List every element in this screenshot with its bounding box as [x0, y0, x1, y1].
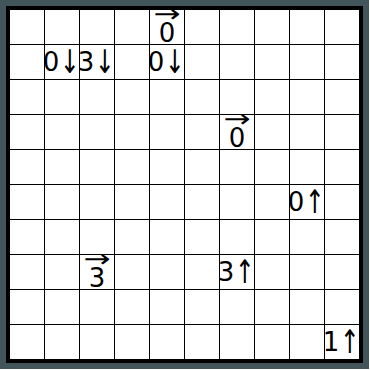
- cell-r8c3[interactable]: →3: [80, 255, 114, 289]
- cell-r1c8[interactable]: [255, 10, 289, 44]
- cell-r6c7[interactable]: [220, 185, 254, 219]
- cell-r9c8[interactable]: [255, 290, 289, 324]
- cell-r5c5[interactable]: [150, 150, 184, 184]
- cell-r9c1[interactable]: [10, 290, 44, 324]
- arrow-right-icon: →: [223, 115, 250, 126]
- cell-r7c4[interactable]: [115, 220, 149, 254]
- cell-r5c8[interactable]: [255, 150, 289, 184]
- cell-r6c2[interactable]: [45, 185, 79, 219]
- cell-r5c9[interactable]: [290, 150, 324, 184]
- cell-r5c3[interactable]: [80, 150, 114, 184]
- cell-r10c9[interactable]: [290, 325, 324, 359]
- cell-r1c6[interactable]: [185, 10, 219, 44]
- arrow-right-icon: →: [83, 255, 110, 266]
- arrow-up-icon: ↑: [235, 256, 255, 289]
- cell-r4c4[interactable]: [115, 115, 149, 149]
- cell-r6c3[interactable]: [80, 185, 114, 219]
- arrow-down-icon: ↓: [165, 46, 185, 79]
- cell-r6c1[interactable]: [10, 185, 44, 219]
- clue: 0↑: [288, 189, 326, 215]
- cell-r2c10[interactable]: [325, 45, 359, 79]
- cell-r2c9[interactable]: [290, 45, 324, 79]
- cell-r2c7[interactable]: [220, 45, 254, 79]
- cell-r3c6[interactable]: [185, 80, 219, 114]
- cell-r5c4[interactable]: [115, 150, 149, 184]
- cell-r10c4[interactable]: [115, 325, 149, 359]
- cell-r7c7[interactable]: [220, 220, 254, 254]
- cell-r7c5[interactable]: [150, 220, 184, 254]
- cell-r1c4[interactable]: [115, 10, 149, 44]
- cell-r4c2[interactable]: [45, 115, 79, 149]
- cell-r1c9[interactable]: [290, 10, 324, 44]
- cell-r3c2[interactable]: [45, 80, 79, 114]
- clue-number: 1: [323, 331, 340, 353]
- cell-r10c7[interactable]: [220, 325, 254, 359]
- clue: 1↑: [323, 329, 361, 355]
- cell-r4c9[interactable]: [290, 115, 324, 149]
- cell-r1c2[interactable]: [45, 10, 79, 44]
- cell-r1c7[interactable]: [220, 10, 254, 44]
- cell-r2c8[interactable]: [255, 45, 289, 79]
- cell-r10c2[interactable]: [45, 325, 79, 359]
- cell-r4c3[interactable]: [80, 115, 114, 149]
- cell-r2c6[interactable]: [185, 45, 219, 79]
- cell-r6c9[interactable]: 0↑: [290, 185, 324, 219]
- cell-r8c10[interactable]: [325, 255, 359, 289]
- arrow-up-icon: ↑: [340, 326, 360, 359]
- cell-r9c9[interactable]: [290, 290, 324, 324]
- cell-r3c1[interactable]: [10, 80, 44, 114]
- cell-r8c2[interactable]: [45, 255, 79, 289]
- cell-r3c9[interactable]: [290, 80, 324, 114]
- cell-r9c2[interactable]: [45, 290, 79, 324]
- clue: 0↓: [148, 49, 186, 75]
- cell-r3c5[interactable]: [150, 80, 184, 114]
- cell-r8c5[interactable]: [150, 255, 184, 289]
- cell-r10c6[interactable]: [185, 325, 219, 359]
- cell-r1c3[interactable]: [80, 10, 114, 44]
- cell-r9c3[interactable]: [80, 290, 114, 324]
- cell-r8c7[interactable]: 3↑: [220, 255, 254, 289]
- clue: 3↑: [218, 259, 256, 285]
- cell-r5c7[interactable]: [220, 150, 254, 184]
- clue-number: 3: [218, 261, 235, 283]
- cell-r3c3[interactable]: [80, 80, 114, 114]
- clue-number: 3: [78, 51, 95, 73]
- clue: 0↓: [43, 49, 81, 75]
- cell-r10c3[interactable]: [80, 325, 114, 359]
- cell-r6c8[interactable]: [255, 185, 289, 219]
- cell-r6c4[interactable]: [115, 185, 149, 219]
- cell-r3c10[interactable]: [325, 80, 359, 114]
- cell-r9c5[interactable]: [150, 290, 184, 324]
- clue: →3: [87, 255, 107, 289]
- cell-r1c5[interactable]: →0: [150, 10, 184, 44]
- cell-r6c10[interactable]: [325, 185, 359, 219]
- cell-r8c4[interactable]: [115, 255, 149, 289]
- cell-r10c10[interactable]: 1↑: [325, 325, 359, 359]
- cell-r1c10[interactable]: [325, 10, 359, 44]
- cell-r7c2[interactable]: [45, 220, 79, 254]
- cell-r9c7[interactable]: [220, 290, 254, 324]
- cell-r7c8[interactable]: [255, 220, 289, 254]
- clue: 3↓: [78, 49, 116, 75]
- arrow-up-icon: ↑: [305, 186, 325, 219]
- cell-r9c4[interactable]: [115, 290, 149, 324]
- clue-number: 0: [288, 191, 305, 213]
- cell-r4c7[interactable]: →0: [220, 115, 254, 149]
- cell-r7c6[interactable]: [185, 220, 219, 254]
- cell-r9c10[interactable]: [325, 290, 359, 324]
- cell-r8c9[interactable]: [290, 255, 324, 289]
- cell-r4c6[interactable]: [185, 115, 219, 149]
- puzzle-board: →00↓3↓0↓→00↑→33↑1↑: [6, 6, 363, 363]
- cell-r10c8[interactable]: [255, 325, 289, 359]
- cell-r2c5[interactable]: 0↓: [150, 45, 184, 79]
- cell-r3c4[interactable]: [115, 80, 149, 114]
- cell-r10c5[interactable]: [150, 325, 184, 359]
- cell-r2c3[interactable]: 3↓: [80, 45, 114, 79]
- cell-r4c5[interactable]: [150, 115, 184, 149]
- arrow-right-icon: →: [153, 10, 180, 21]
- cell-r2c2[interactable]: 0↓: [45, 45, 79, 79]
- cell-r2c4[interactable]: [115, 45, 149, 79]
- cell-r5c6[interactable]: [185, 150, 219, 184]
- cell-r7c10[interactable]: [325, 220, 359, 254]
- cell-r5c2[interactable]: [45, 150, 79, 184]
- cell-r8c8[interactable]: [255, 255, 289, 289]
- cell-r6c5[interactable]: [150, 185, 184, 219]
- cell-r6c6[interactable]: [185, 185, 219, 219]
- arrow-down-icon: ↓: [95, 46, 115, 79]
- cell-r1c1[interactable]: [10, 10, 44, 44]
- clue-number: 0: [43, 51, 60, 73]
- cell-r9c6[interactable]: [185, 290, 219, 324]
- cell-r2c1[interactable]: [10, 45, 44, 79]
- cell-r5c1[interactable]: [10, 150, 44, 184]
- cell-r5c10[interactable]: [325, 150, 359, 184]
- clue: →0: [227, 115, 247, 149]
- cell-r4c10[interactable]: [325, 115, 359, 149]
- cell-r4c1[interactable]: [10, 115, 44, 149]
- clue-number: 0: [148, 51, 165, 73]
- clue: →0: [157, 10, 177, 44]
- cell-r7c1[interactable]: [10, 220, 44, 254]
- cell-r8c6[interactable]: [185, 255, 219, 289]
- cell-r10c1[interactable]: [10, 325, 44, 359]
- cell-r8c1[interactable]: [10, 255, 44, 289]
- cell-r3c8[interactable]: [255, 80, 289, 114]
- puzzle-frame: →00↓3↓0↓→00↑→33↑1↑: [0, 0, 369, 369]
- cell-r4c8[interactable]: [255, 115, 289, 149]
- cell-r7c9[interactable]: [290, 220, 324, 254]
